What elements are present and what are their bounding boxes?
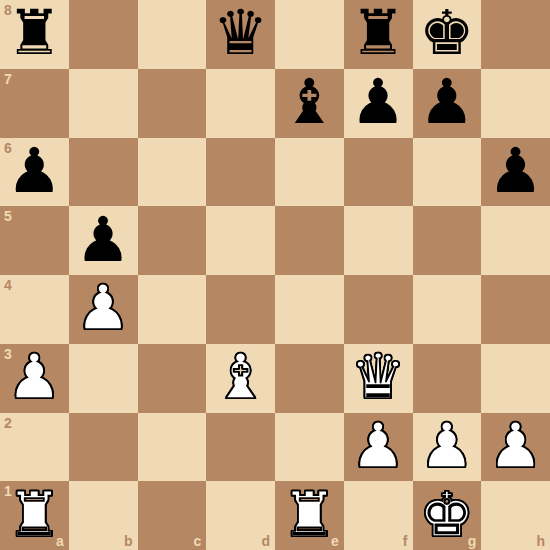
square-e1[interactable]: e♜ (275, 481, 344, 550)
file-label-g: g (468, 534, 477, 548)
square-b1[interactable]: b (69, 481, 138, 550)
square-b5[interactable]: ♟ (69, 206, 138, 275)
square-d1[interactable]: d (206, 481, 275, 550)
rank-label-1: 1 (4, 484, 12, 498)
square-f2[interactable]: ♟ (344, 413, 413, 482)
file-label-c: c (193, 534, 201, 548)
square-f1[interactable]: f (344, 481, 413, 550)
square-h1[interactable]: h (481, 481, 550, 550)
square-b8[interactable] (69, 0, 138, 69)
piece-black-rook-a8[interactable]: ♜ (7, 0, 63, 67)
chess-board: 8♜♛♜♚7♝♟♟6♟♟5♟4♟3♟♝♛2♟♟♟1a♜bcde♜fg♚h (0, 0, 550, 550)
square-b4[interactable]: ♟ (69, 275, 138, 344)
rank-label-4: 4 (4, 278, 12, 292)
square-h5[interactable] (481, 206, 550, 275)
file-label-a: a (56, 534, 64, 548)
square-c1[interactable]: c (138, 481, 207, 550)
piece-black-queen-d8[interactable]: ♛ (213, 0, 269, 67)
square-d2[interactable] (206, 413, 275, 482)
square-g3[interactable] (413, 344, 482, 413)
square-g6[interactable] (413, 138, 482, 207)
square-f3[interactable]: ♛ (344, 344, 413, 413)
square-g8[interactable]: ♚ (413, 0, 482, 69)
square-g7[interactable]: ♟ (413, 69, 482, 138)
square-f8[interactable]: ♜ (344, 0, 413, 69)
square-d7[interactable] (206, 69, 275, 138)
square-e2[interactable] (275, 413, 344, 482)
square-g2[interactable]: ♟ (413, 413, 482, 482)
piece-white-bishop-d3[interactable]: ♝ (213, 344, 269, 411)
piece-black-pawn-a6[interactable]: ♟ (7, 138, 63, 205)
square-d3[interactable]: ♝ (206, 344, 275, 413)
piece-white-king-g1[interactable]: ♚ (419, 481, 475, 548)
file-label-b: b (124, 534, 133, 548)
square-f4[interactable] (344, 275, 413, 344)
square-a8[interactable]: 8♜ (0, 0, 69, 69)
rank-label-2: 2 (4, 416, 12, 430)
square-d5[interactable] (206, 206, 275, 275)
square-d8[interactable]: ♛ (206, 0, 275, 69)
square-c7[interactable] (138, 69, 207, 138)
rank-label-7: 7 (4, 72, 12, 86)
square-g1[interactable]: g♚ (413, 481, 482, 550)
piece-black-pawn-g7[interactable]: ♟ (419, 69, 475, 136)
square-e3[interactable] (275, 344, 344, 413)
square-e5[interactable] (275, 206, 344, 275)
piece-white-pawn-b4[interactable]: ♟ (75, 275, 131, 342)
square-c2[interactable] (138, 413, 207, 482)
piece-white-pawn-g2[interactable]: ♟ (419, 413, 475, 480)
square-b7[interactable] (69, 69, 138, 138)
piece-white-rook-a1[interactable]: ♜ (7, 481, 63, 548)
square-h6[interactable]: ♟ (481, 138, 550, 207)
square-h2[interactable]: ♟ (481, 413, 550, 482)
square-f6[interactable] (344, 138, 413, 207)
file-label-h: h (536, 534, 545, 548)
piece-white-rook-e1[interactable]: ♜ (282, 481, 338, 548)
square-a6[interactable]: 6♟ (0, 138, 69, 207)
file-label-e: e (331, 534, 339, 548)
piece-white-pawn-a3[interactable]: ♟ (7, 344, 63, 411)
square-g4[interactable] (413, 275, 482, 344)
square-h7[interactable] (481, 69, 550, 138)
rank-label-6: 6 (4, 141, 12, 155)
square-b6[interactable] (69, 138, 138, 207)
file-label-f: f (403, 534, 408, 548)
file-label-d: d (261, 534, 270, 548)
piece-black-bishop-e7[interactable]: ♝ (282, 69, 338, 136)
square-f5[interactable] (344, 206, 413, 275)
square-a7[interactable]: 7 (0, 69, 69, 138)
piece-black-pawn-f7[interactable]: ♟ (350, 69, 406, 136)
piece-black-pawn-b5[interactable]: ♟ (75, 206, 131, 273)
square-d6[interactable] (206, 138, 275, 207)
square-a4[interactable]: 4 (0, 275, 69, 344)
piece-black-pawn-h6[interactable]: ♟ (488, 138, 544, 205)
square-g5[interactable] (413, 206, 482, 275)
rank-label-8: 8 (4, 3, 12, 17)
square-e6[interactable] (275, 138, 344, 207)
square-c3[interactable] (138, 344, 207, 413)
square-e4[interactable] (275, 275, 344, 344)
square-a5[interactable]: 5 (0, 206, 69, 275)
piece-black-rook-f8[interactable]: ♜ (350, 0, 406, 67)
square-a3[interactable]: 3♟ (0, 344, 69, 413)
square-b3[interactable] (69, 344, 138, 413)
piece-black-king-g8[interactable]: ♚ (419, 0, 475, 67)
square-c4[interactable] (138, 275, 207, 344)
piece-white-queen-f3[interactable]: ♛ (350, 344, 406, 411)
square-c8[interactable] (138, 0, 207, 69)
piece-white-pawn-f2[interactable]: ♟ (350, 413, 406, 480)
rank-label-5: 5 (4, 209, 12, 223)
square-d4[interactable] (206, 275, 275, 344)
piece-white-pawn-h2[interactable]: ♟ (488, 413, 544, 480)
square-h8[interactable] (481, 0, 550, 69)
square-c5[interactable] (138, 206, 207, 275)
square-h4[interactable] (481, 275, 550, 344)
square-c6[interactable] (138, 138, 207, 207)
square-e7[interactable]: ♝ (275, 69, 344, 138)
square-a1[interactable]: 1a♜ (0, 481, 69, 550)
rank-label-3: 3 (4, 347, 12, 361)
square-h3[interactable] (481, 344, 550, 413)
square-b2[interactable] (69, 413, 138, 482)
square-e8[interactable] (275, 0, 344, 69)
square-a2[interactable]: 2 (0, 413, 69, 482)
square-f7[interactable]: ♟ (344, 69, 413, 138)
